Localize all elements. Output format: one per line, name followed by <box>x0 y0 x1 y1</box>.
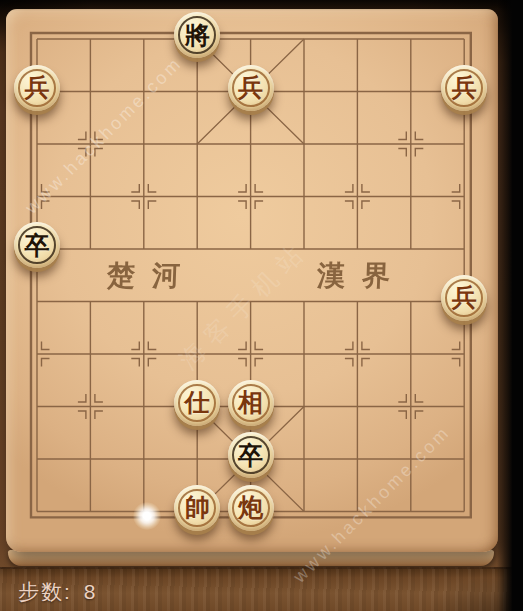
piece-character: 卒 <box>238 443 263 468</box>
piece-black-soldier[interactable]: 卒 <box>228 432 274 478</box>
piece-red-soldier[interactable]: 兵 <box>228 65 274 111</box>
piece-red-soldier[interactable]: 兵 <box>441 65 487 111</box>
piece-character: 兵 <box>452 285 477 310</box>
piece-character: 帥 <box>185 495 210 520</box>
piece-black-soldier[interactable]: 卒 <box>14 222 60 268</box>
piece-character: 卒 <box>25 233 50 258</box>
piece-black-general[interactable]: 將 <box>174 12 220 58</box>
piece-red-elephant[interactable]: 相 <box>228 380 274 426</box>
piece-character: 相 <box>238 390 263 415</box>
piece-character: 將 <box>185 23 210 48</box>
piece-red-soldier[interactable]: 兵 <box>441 275 487 321</box>
game-screen: 楚河 漢界 將兵兵兵卒兵仕相卒帥炮 www.hackhome.com www.h… <box>0 0 523 611</box>
move-indicator-dot <box>133 502 161 530</box>
piece-red-advisor[interactable]: 仕 <box>174 380 220 426</box>
river-label-han-jie: 漢界 <box>316 258 407 294</box>
board-front-bevel <box>8 550 494 566</box>
piece-red-soldier[interactable]: 兵 <box>14 65 60 111</box>
piece-character: 兵 <box>25 75 50 100</box>
river-label-chu-he: 楚河 <box>106 258 197 294</box>
piece-character: 仕 <box>185 390 210 415</box>
step-counter: 步数:8 <box>18 578 98 606</box>
step-counter-value: 8 <box>84 580 98 603</box>
status-bar: 步数:8 <box>0 567 523 611</box>
step-counter-label: 步数: <box>18 580 72 603</box>
piece-red-general[interactable]: 帥 <box>174 485 220 531</box>
piece-character: 兵 <box>238 75 263 100</box>
piece-character: 炮 <box>238 495 263 520</box>
piece-red-cannon[interactable]: 炮 <box>228 485 274 531</box>
piece-character: 兵 <box>452 75 477 100</box>
